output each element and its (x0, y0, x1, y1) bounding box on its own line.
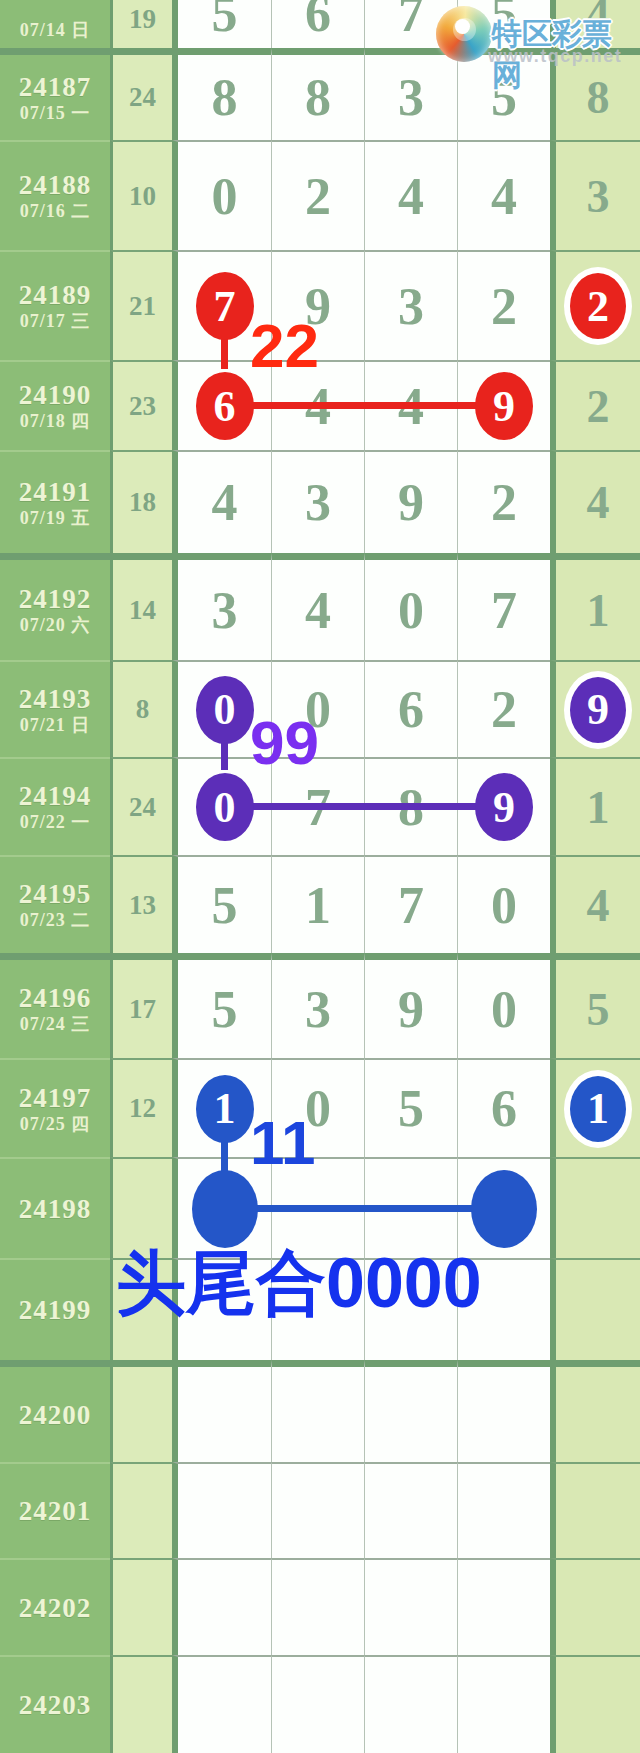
digit-value: 2 (491, 277, 517, 336)
trend-line-v (221, 1140, 228, 1172)
tail-cell (550, 1360, 640, 1462)
table-row-24201: 24201 (0, 1462, 640, 1558)
digit-value: 2 (491, 473, 517, 532)
trend-line-h (250, 1205, 477, 1212)
digit-cell: 0 (172, 140, 271, 250)
sum-cell: 23 (110, 360, 172, 450)
digit-cell: 1 (271, 855, 364, 953)
circled-digit: 0 (196, 676, 254, 744)
pair-annotation: 99 (250, 713, 319, 773)
issue-cell: 24202 (0, 1558, 110, 1655)
issue-cell: 2418907/17 三 (0, 250, 110, 360)
tail-cell (550, 1558, 640, 1655)
sum-cell: 21 (110, 250, 172, 360)
draw-date: 07/15 一 (20, 102, 91, 124)
sum-cell: 8 (110, 660, 172, 757)
table-row-24200: 24200 (0, 1360, 640, 1462)
issue-cell: 2419707/25 四 (0, 1058, 110, 1157)
sum-cell (110, 1655, 172, 1753)
digit-value: 5 (398, 1079, 424, 1138)
digit-value: 8 (212, 68, 238, 127)
site-logo: 特区彩票网 www.tqcp.net (380, 0, 640, 70)
issue-cell: 2418807/16 二 (0, 140, 110, 250)
digit-value: 0 (491, 980, 517, 1039)
digit-cell: 0 (364, 553, 457, 660)
digit-value: 6 (491, 1079, 517, 1138)
pair-annotation: 11 (250, 1113, 316, 1173)
digit-cell: 4 (271, 553, 364, 660)
table-row-24193: 2419307/21 日800629 (0, 660, 640, 757)
issue-number: 24199 (19, 1295, 92, 1325)
issue-cell: 24199 (0, 1258, 110, 1360)
tail-cell: 1 (550, 1058, 640, 1157)
digit-cell (457, 1462, 550, 1558)
digit-value: 7 (491, 581, 517, 640)
tail-cell: 1 (550, 553, 640, 660)
digit-cell: 6 (457, 1058, 550, 1157)
draw-date: 07/17 三 (20, 310, 91, 332)
issue-number: 24193 (19, 684, 92, 714)
digit-cell: 9 (364, 450, 457, 553)
tail-cell (550, 1258, 640, 1360)
digit-cell (457, 1655, 550, 1753)
trend-line-h (250, 402, 477, 409)
sum-cell: 24 (110, 757, 172, 855)
draw-date: 07/16 二 (20, 200, 91, 222)
issue-number: 24196 (19, 983, 92, 1013)
draw-date: 07/20 六 (20, 614, 91, 636)
tail-cell: 3 (550, 140, 640, 250)
digit-cell: 4 (172, 450, 271, 553)
digit-cell: 3 (364, 250, 457, 360)
digit-cell: 5 (172, 855, 271, 953)
issue-cell: 2419007/18 四 (0, 360, 110, 450)
table-row-24189: 2418907/17 三2179322 (0, 250, 640, 360)
digit-cell: 7 (364, 855, 457, 953)
tail-cell: 9 (550, 660, 640, 757)
digit-value: 0 (398, 581, 424, 640)
draw-date: 07/24 三 (20, 1013, 91, 1035)
digit-value: 6 (398, 680, 424, 739)
digit-cell: 8 (172, 48, 271, 140)
issue-cell: 2419307/21 日 (0, 660, 110, 757)
issue-number: 24195 (19, 879, 92, 909)
tail-cell (550, 1462, 640, 1558)
sum-value: 23 (129, 391, 156, 422)
digit-value: 3 (305, 473, 331, 532)
digit-cell (271, 1360, 364, 1462)
circled-digit: 1 (196, 1075, 254, 1143)
digit-cell: 3 (271, 450, 364, 553)
sum-value: 17 (129, 994, 156, 1025)
sum-value: 24 (129, 792, 156, 823)
tail-cell (550, 1157, 640, 1258)
digit-cell (364, 1462, 457, 1558)
issue-number: 24202 (19, 1593, 92, 1623)
tail-value: 4 (587, 476, 610, 529)
tail-cell: 4 (550, 450, 640, 553)
sum-cell: 10 (110, 140, 172, 250)
issue-cell: 2419607/24 三 (0, 953, 110, 1058)
digit-value: 2 (491, 680, 517, 739)
circled-digit: 7 (196, 272, 254, 340)
issue-cell: 2419107/19 五 (0, 450, 110, 553)
lottery-trend-chart: 07/14 日19567542418707/15 一24883582418807… (0, 0, 640, 1753)
digit-value: 3 (398, 277, 424, 336)
circled-digit: 6 (196, 372, 254, 440)
digit-value: 0 (491, 876, 517, 935)
digit-cell: 4 (457, 140, 550, 250)
digit-cell (172, 1558, 271, 1655)
circled-tail-digit: 1 (570, 1076, 626, 1142)
sum-cell (110, 1157, 172, 1258)
digit-value: 4 (491, 167, 517, 226)
digit-value: 3 (398, 68, 424, 127)
sum-cell: 14 (110, 553, 172, 660)
digit-cell (457, 1157, 550, 1258)
sum-cell: 17 (110, 953, 172, 1058)
digit-cell (172, 1462, 271, 1558)
draw-date: 07/21 日 (20, 714, 91, 736)
pair-annotation: 22 (250, 316, 319, 376)
issue-number: 24203 (19, 1690, 92, 1720)
digit-cell: 6 (364, 660, 457, 757)
digit-cell: 7 (457, 553, 550, 660)
prediction-text: 头尾合0000 (116, 1244, 482, 1322)
tail-cell: 5 (550, 953, 640, 1058)
digit-value: 4 (212, 473, 238, 532)
digit-cell: 0 (457, 953, 550, 1058)
table-row-24191: 2419107/19 五1843924 (0, 450, 640, 553)
digit-cell: 0 (457, 855, 550, 953)
digit-cell: 2 (457, 250, 550, 360)
digit-cell (271, 1558, 364, 1655)
sum-value: 18 (129, 487, 156, 518)
issue-number: 24198 (19, 1194, 92, 1224)
circled-tail-digit: 2 (570, 273, 626, 339)
digit-cell (364, 1655, 457, 1753)
digit-value: 6 (305, 0, 331, 43)
digit-value: 1 (305, 876, 331, 935)
sum-cell: 18 (110, 450, 172, 553)
sum-value: 8 (136, 694, 150, 725)
table-row-24202: 24202 (0, 1558, 640, 1655)
digit-cell: 5 (172, 953, 271, 1058)
issue-cell: 2419207/20 六 (0, 553, 110, 660)
digit-value: 5 (212, 980, 238, 1039)
issue-number: 24201 (19, 1496, 92, 1526)
digit-value: 7 (398, 876, 424, 935)
digit-cell: 8 (271, 48, 364, 140)
digit-value: 4 (305, 581, 331, 640)
digit-cell (271, 1655, 364, 1753)
digit-value: 9 (398, 473, 424, 532)
digit-value: 5 (212, 876, 238, 935)
draw-date: 07/25 四 (20, 1113, 91, 1135)
issue-number: 24194 (19, 781, 92, 811)
digit-value: 5 (212, 0, 238, 43)
digit-value: 0 (212, 167, 238, 226)
issue-cell: 24201 (0, 1462, 110, 1558)
draw-date: 07/18 四 (20, 410, 91, 432)
digit-cell: 5 (364, 1058, 457, 1157)
circled-digit: 9 (475, 372, 533, 440)
digit-cell: 2 (457, 660, 550, 757)
issue-number: 24200 (19, 1400, 92, 1430)
table-row-24196: 2419607/24 三1753905 (0, 953, 640, 1058)
digit-cell: 3 (271, 953, 364, 1058)
digit-cell (271, 1462, 364, 1558)
digit-value: 9 (398, 980, 424, 1039)
digit-value: 8 (305, 68, 331, 127)
issue-cell: 2419407/22 一 (0, 757, 110, 855)
issue-number: 24197 (19, 1083, 92, 1113)
sum-cell: 13 (110, 855, 172, 953)
sum-cell (110, 1558, 172, 1655)
table-row-24188: 2418807/16 二1002443 (0, 140, 640, 250)
digit-cell (457, 1360, 550, 1462)
draw-date: 07/22 一 (20, 811, 91, 833)
issue-number: 24187 (19, 72, 92, 102)
table-row-24195: 2419507/23 二1351704 (0, 855, 640, 953)
issue-cell: 24203 (0, 1655, 110, 1753)
digit-value: 2 (305, 167, 331, 226)
tail-cell: 1 (550, 757, 640, 855)
issue-cell: 24198 (0, 1157, 110, 1258)
digit-cell (364, 1360, 457, 1462)
sum-value: 19 (129, 4, 156, 35)
sum-cell: 12 (110, 1058, 172, 1157)
digit-value: 4 (398, 167, 424, 226)
issue-number: 24192 (19, 584, 92, 614)
tail-cell: 2 (550, 360, 640, 450)
digit-cell: 4 (364, 140, 457, 250)
issue-number: 24189 (19, 280, 92, 310)
sum-cell (110, 1462, 172, 1558)
digit-cell: 9 (364, 953, 457, 1058)
logo-watermark-url: www.tqcp.net (488, 46, 622, 67)
logo-swirl-icon (436, 6, 492, 62)
tail-cell: 2 (550, 250, 640, 360)
sum-value: 10 (129, 181, 156, 212)
issue-number: 24188 (19, 170, 92, 200)
table-row-24203: 24203 (0, 1655, 640, 1753)
draw-date: 07/23 二 (20, 909, 91, 931)
digit-cell (172, 1655, 271, 1753)
table-row-24192: 2419207/20 六1434071 (0, 553, 640, 660)
tail-value: 4 (587, 879, 610, 932)
digit-cell: 2 (271, 140, 364, 250)
digit-cell: 3 (172, 553, 271, 660)
issue-cell: 2419507/23 二 (0, 855, 110, 953)
prediction-dot (471, 1170, 537, 1248)
trend-line-v (221, 741, 228, 771)
digit-cell (457, 1558, 550, 1655)
digit-cell: 2 (457, 450, 550, 553)
sum-value: 24 (129, 82, 156, 113)
issue-number: 24190 (19, 380, 92, 410)
prediction-dot (192, 1170, 258, 1248)
trend-line-h (250, 803, 477, 810)
draw-date: 07/19 五 (20, 507, 91, 529)
tail-value: 1 (587, 584, 610, 637)
circled-digit: 9 (475, 773, 533, 841)
sum-value: 21 (129, 291, 156, 322)
sum-value: 13 (129, 890, 156, 921)
table-row-24197: 2419707/25 四1210561 (0, 1058, 640, 1157)
issue-cell: 24200 (0, 1360, 110, 1462)
tail-value: 1 (587, 781, 610, 834)
trend-line-v (221, 337, 228, 369)
circled-digit: 0 (196, 773, 254, 841)
digit-value: 3 (305, 980, 331, 1039)
tail-value: 5 (587, 983, 610, 1036)
tail-cell: 4 (550, 855, 640, 953)
tail-cell (550, 1655, 640, 1753)
tail-value: 2 (587, 380, 610, 433)
draw-date: 07/14 日 (20, 19, 91, 41)
issue-number: 24191 (19, 477, 92, 507)
digit-cell (172, 1360, 271, 1462)
trend-chart-table: 07/14 日19567542418707/15 一24883582418807… (0, 0, 640, 1753)
digit-cell (364, 1558, 457, 1655)
issue-cell: 2418707/15 一 (0, 48, 110, 140)
sum-value: 14 (129, 595, 156, 626)
digit-value: 3 (212, 581, 238, 640)
sum-cell (110, 1360, 172, 1462)
circled-tail-digit: 9 (570, 677, 626, 743)
sum-value: 12 (129, 1093, 156, 1124)
sum-cell: 24 (110, 48, 172, 140)
tail-value: 3 (587, 170, 610, 223)
